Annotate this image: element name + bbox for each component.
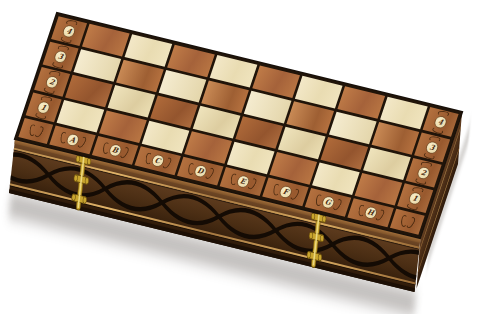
coordinate-left-2: 2 <box>34 67 70 97</box>
coordinate-left-1: 1 <box>26 93 62 123</box>
corner-ornament <box>390 209 425 235</box>
coordinate-right-1: 1 <box>397 183 433 213</box>
coordinate-right-2: 2 <box>406 158 442 188</box>
corner-ornament <box>18 118 53 144</box>
coordinate-right-4: 4 <box>423 107 459 137</box>
coordinate-left-4: 4 <box>51 16 87 46</box>
coordinate-left-3: 3 <box>43 42 79 72</box>
coordinate-right-3: 3 <box>414 132 450 162</box>
